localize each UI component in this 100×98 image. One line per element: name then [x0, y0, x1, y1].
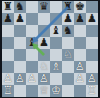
square-c5[interactable]: ♝ — [26, 37, 38, 49]
square-e5[interactable] — [50, 37, 62, 49]
chess-app-window: ♜♞♛♜♚♟♟♟♟♟♝♞♝♟♘♘♗♙♙♙♙♙♙♙♖♕♔♖ — [0, 0, 100, 98]
square-g2[interactable]: ♙ — [74, 73, 86, 85]
square-b7[interactable]: ♟ — [14, 13, 26, 25]
square-b4[interactable] — [14, 49, 26, 61]
square-e8[interactable] — [50, 1, 62, 13]
piece-black-bishop[interactable]: ♝ — [50, 25, 62, 37]
square-a6[interactable] — [2, 25, 14, 37]
piece-white-queen[interactable]: ♕ — [38, 85, 50, 97]
piece-white-knight[interactable]: ♘ — [62, 49, 74, 61]
square-d8[interactable]: ♛ — [38, 1, 50, 13]
square-b5[interactable] — [14, 37, 26, 49]
piece-black-knight[interactable]: ♞ — [62, 25, 74, 37]
square-b6[interactable] — [14, 25, 26, 37]
piece-black-queen[interactable]: ♛ — [38, 1, 50, 13]
piece-black-pawn[interactable]: ♟ — [86, 13, 98, 25]
square-h7[interactable]: ♟ — [86, 13, 98, 25]
square-b2[interactable]: ♙ — [14, 73, 26, 85]
piece-white-pawn[interactable]: ♙ — [26, 73, 38, 85]
square-f6[interactable]: ♞ — [62, 25, 74, 37]
square-c4[interactable] — [26, 49, 38, 61]
piece-black-bishop[interactable]: ♝ — [26, 37, 38, 49]
square-d7[interactable] — [38, 13, 50, 25]
square-g1[interactable] — [74, 85, 86, 97]
square-a7[interactable]: ♟ — [2, 13, 14, 25]
square-c7[interactable] — [26, 13, 38, 25]
piece-white-pawn[interactable]: ♙ — [74, 73, 86, 85]
square-d5[interactable]: ♟ — [38, 37, 50, 49]
piece-white-bishop[interactable]: ♗ — [50, 61, 62, 73]
square-a5[interactable] — [2, 37, 14, 49]
square-e6[interactable]: ♝ — [50, 25, 62, 37]
square-f3[interactable] — [62, 61, 74, 73]
square-g5[interactable] — [74, 37, 86, 49]
square-h6[interactable] — [86, 25, 98, 37]
square-c1[interactable] — [26, 85, 38, 97]
square-f4[interactable]: ♘ — [62, 49, 74, 61]
square-e3[interactable]: ♗ — [50, 61, 62, 73]
square-a1[interactable]: ♖ — [2, 85, 14, 97]
piece-black-pawn[interactable]: ♟ — [74, 13, 86, 25]
piece-white-pawn[interactable]: ♙ — [14, 73, 26, 85]
piece-black-pawn[interactable]: ♟ — [2, 13, 14, 25]
piece-white-king[interactable]: ♔ — [50, 85, 62, 97]
piece-black-pawn[interactable]: ♟ — [14, 13, 26, 25]
square-d1[interactable]: ♕ — [38, 85, 50, 97]
piece-white-rook[interactable]: ♖ — [86, 85, 98, 97]
square-b1[interactable] — [14, 85, 26, 97]
square-f1[interactable] — [62, 85, 74, 97]
square-c2[interactable]: ♙ — [26, 73, 38, 85]
piece-black-pawn[interactable]: ♟ — [38, 37, 50, 49]
piece-white-rook[interactable]: ♖ — [2, 85, 14, 97]
square-a4[interactable] — [2, 49, 14, 61]
square-h5[interactable] — [86, 37, 98, 49]
square-c8[interactable] — [26, 1, 38, 13]
chess-board: ♜♞♛♜♚♟♟♟♟♟♝♞♝♟♘♘♗♙♙♙♙♙♙♙♖♕♔♖ — [2, 1, 98, 97]
square-g7[interactable]: ♟ — [74, 13, 86, 25]
square-e1[interactable]: ♔ — [50, 85, 62, 97]
square-f2[interactable] — [62, 73, 74, 85]
square-g6[interactable] — [74, 25, 86, 37]
square-h4[interactable] — [86, 49, 98, 61]
square-h1[interactable]: ♖ — [86, 85, 98, 97]
